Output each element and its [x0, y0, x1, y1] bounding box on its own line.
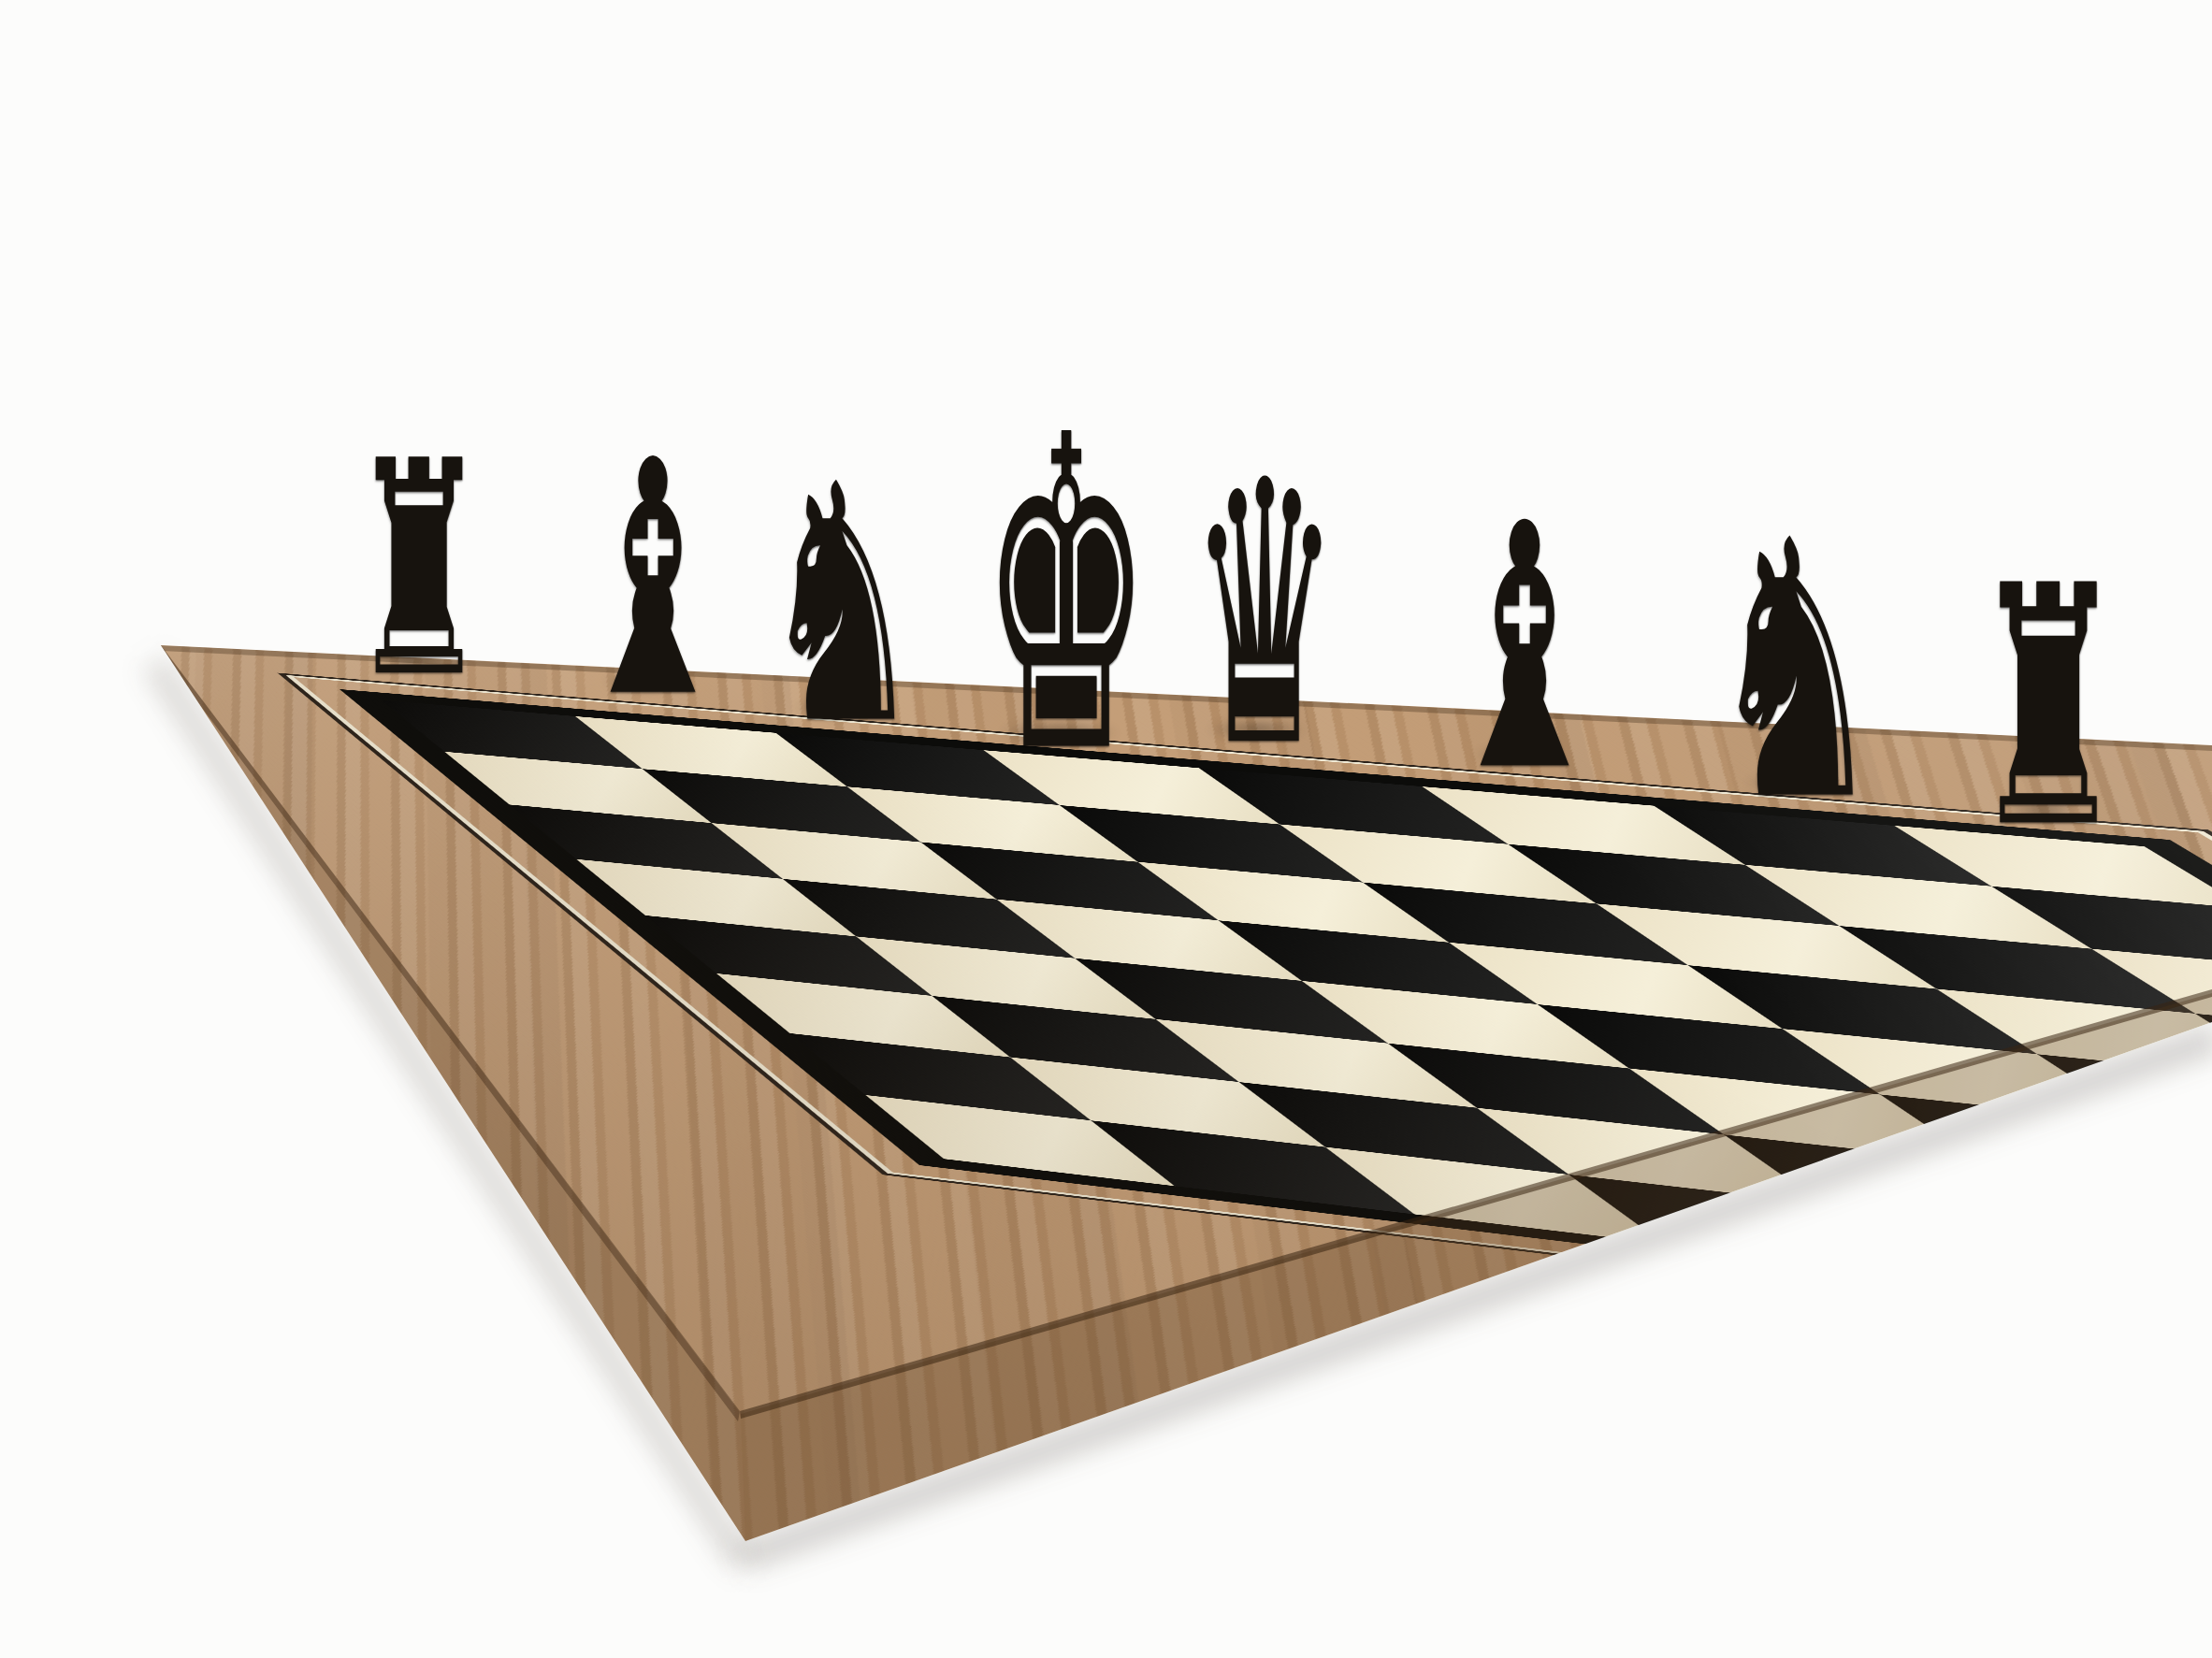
piece-black-king-d8: ♚ — [981, 381, 1151, 813]
piece-black-rook-h8: ♜ — [1972, 542, 2126, 872]
piece-black-knight-g8: ♞ — [1707, 494, 1885, 848]
bishop-glyph: ♝ — [571, 392, 734, 769]
knight-glyph: ♞ — [1707, 465, 1885, 877]
piece-black-queen-e8: ♛ — [1190, 434, 1339, 797]
piece-black-knight-c8: ♞ — [759, 442, 924, 770]
bishop-glyph: ♝ — [1439, 452, 1609, 844]
pieces-layer: ♜♝♞♚♛♝♞♜ — [0, 0, 2212, 1658]
chessboard-photo-scene: ♜♝♞♚♛♝♞♜ — [0, 0, 2212, 1658]
rook-glyph: ♜ — [350, 398, 487, 742]
knight-glyph: ♞ — [759, 415, 924, 797]
king-glyph: ♚ — [981, 345, 1151, 848]
piece-black-bishop-f8: ♝ — [1439, 480, 1609, 817]
rook-glyph: ♜ — [1972, 515, 2126, 900]
piece-black-bishop-b8: ♝ — [571, 419, 734, 742]
queen-glyph: ♛ — [1190, 404, 1339, 827]
piece-black-rook-a8: ♜ — [350, 423, 487, 718]
